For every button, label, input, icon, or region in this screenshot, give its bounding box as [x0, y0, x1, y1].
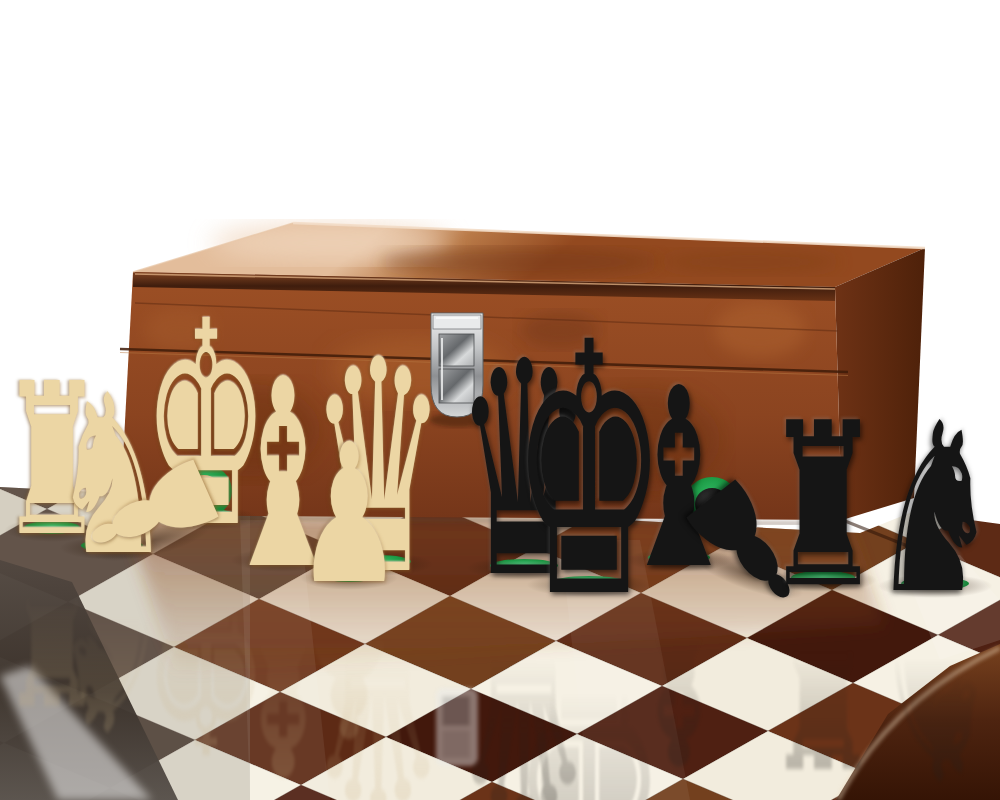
clasp-window-top	[439, 334, 474, 366]
box-burl	[520, 312, 600, 348]
box-burl	[714, 302, 806, 358]
clasp-hinge	[433, 315, 481, 329]
clasp-window-bottom	[439, 369, 474, 403]
box-burl	[180, 384, 320, 476]
box-top-burl	[380, 248, 660, 276]
clasp-reflection	[436, 688, 478, 766]
scene-graphic	[0, 0, 1000, 800]
box-burl	[144, 308, 216, 352]
box-top-burl	[660, 250, 840, 274]
wooden-box	[120, 223, 925, 520]
box-right-side	[835, 248, 925, 520]
chess-set-product-photo: ♜♞♚♝♛♟♛♚♝♜♞ ♜♞♚♟♝♛♟♛♚♝♟♜♞	[0, 0, 1000, 800]
box-burl	[560, 388, 720, 492]
